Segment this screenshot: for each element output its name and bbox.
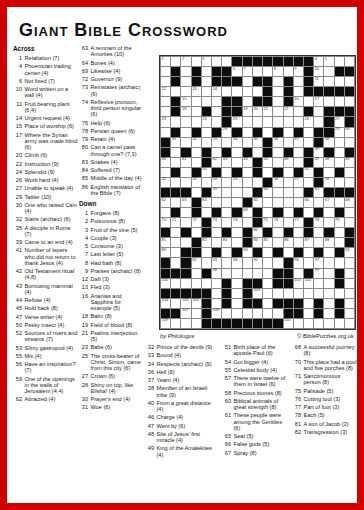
grid-cell[interactable] — [324, 67, 333, 76]
grid-cell[interactable]: 58 — [324, 178, 333, 187]
grid-cell[interactable]: 73 — [212, 218, 221, 227]
grid-cell[interactable] — [263, 289, 272, 298]
grid-cell[interactable] — [304, 97, 313, 106]
grid-cell[interactable] — [232, 188, 241, 197]
grid-cell[interactable] — [222, 208, 231, 217]
grid-cell[interactable]: 68 — [345, 198, 354, 207]
grid-cell[interactable] — [232, 299, 241, 308]
grid-cell[interactable] — [294, 148, 303, 157]
grid-cell[interactable] — [192, 107, 201, 116]
grid-cell[interactable] — [171, 158, 180, 167]
grid-cell[interactable]: 86 — [284, 238, 293, 247]
grid-cell[interactable]: 64 — [202, 198, 211, 207]
grid-cell[interactable] — [273, 117, 282, 126]
grid-cell[interactable] — [161, 77, 170, 86]
grid-cell[interactable] — [263, 269, 272, 278]
grid-cell[interactable]: 17 — [314, 97, 323, 106]
grid-cell[interactable] — [171, 87, 180, 96]
grid-cell[interactable] — [181, 138, 190, 147]
grid-cell[interactable]: 110 — [284, 319, 293, 328]
grid-cell[interactable]: 35 — [253, 138, 262, 147]
grid-cell[interactable]: 87 — [304, 238, 313, 247]
grid-cell[interactable] — [243, 128, 252, 137]
grid-cell[interactable] — [294, 198, 303, 207]
grid-cell[interactable]: 100 — [161, 279, 170, 288]
grid-cell[interactable]: 101 — [294, 279, 303, 288]
grid-cell[interactable] — [232, 228, 241, 237]
grid-cell[interactable] — [161, 208, 170, 217]
grid-cell[interactable] — [212, 228, 221, 237]
grid-cell[interactable]: 51 — [304, 168, 313, 177]
grid-cell[interactable]: 37 — [294, 138, 303, 147]
grid-cell[interactable] — [253, 148, 262, 157]
grid-cell[interactable]: 8 — [273, 67, 282, 76]
grid-cell[interactable] — [324, 299, 333, 308]
grid-cell[interactable] — [284, 168, 293, 177]
grid-cell[interactable]: 23 — [161, 117, 170, 126]
grid-cell[interactable]: 90 — [243, 248, 252, 257]
grid-cell[interactable]: 41 — [181, 158, 190, 167]
grid-cell[interactable] — [192, 117, 201, 126]
grid-cell[interactable] — [314, 228, 323, 237]
grid-cell[interactable] — [294, 319, 303, 328]
grid-cell[interactable] — [212, 117, 221, 126]
grid-cell[interactable] — [202, 248, 211, 257]
grid-cell[interactable] — [263, 67, 272, 76]
grid-cell[interactable] — [171, 117, 180, 126]
grid-cell[interactable] — [192, 148, 201, 157]
grid-cell[interactable] — [345, 168, 354, 177]
grid-cell[interactable] — [192, 228, 201, 237]
grid-cell[interactable] — [324, 279, 333, 288]
grid-cell[interactable] — [171, 198, 180, 207]
grid-cell[interactable] — [192, 188, 201, 197]
grid-cell[interactable] — [263, 168, 272, 177]
grid-cell[interactable] — [253, 67, 262, 76]
grid-cell[interactable] — [202, 67, 211, 76]
grid-cell[interactable]: 67 — [324, 198, 333, 207]
grid-cell[interactable] — [222, 178, 231, 187]
grid-cell[interactable] — [253, 269, 262, 278]
grid-cell[interactable] — [192, 158, 201, 167]
grid-cell[interactable] — [324, 258, 333, 267]
grid-cell[interactable] — [171, 299, 180, 308]
grid-cell[interactable]: 31 — [171, 138, 180, 147]
grid-cell[interactable] — [212, 279, 221, 288]
grid-cell[interactable] — [324, 77, 333, 86]
grid-cell[interactable] — [294, 289, 303, 298]
grid-cell[interactable]: 18 — [181, 107, 190, 116]
grid-cell[interactable] — [345, 289, 354, 298]
grid-cell[interactable] — [294, 188, 303, 197]
grid-cell[interactable] — [335, 198, 344, 207]
grid-cell[interactable] — [202, 128, 211, 137]
grid-cell[interactable] — [345, 208, 354, 217]
grid-cell[interactable] — [243, 178, 252, 187]
grid-cell[interactable]: 2 — [181, 57, 190, 66]
grid-cell[interactable] — [202, 178, 211, 187]
grid-cell[interactable] — [232, 87, 241, 96]
grid-cell[interactable] — [243, 87, 252, 96]
grid-cell[interactable] — [161, 97, 170, 106]
grid-cell[interactable] — [345, 319, 354, 328]
grid-cell[interactable] — [243, 269, 252, 278]
grid-cell[interactable] — [181, 238, 190, 247]
grid-cell[interactable]: 83 — [222, 238, 231, 247]
grid-cell[interactable] — [345, 97, 354, 106]
grid-cell[interactable] — [284, 67, 293, 76]
grid-cell[interactable]: 94 — [232, 258, 241, 267]
grid-cell[interactable] — [192, 279, 201, 288]
grid-cell[interactable]: 82 — [202, 238, 211, 247]
grid-cell[interactable] — [304, 299, 313, 308]
grid-cell[interactable] — [314, 319, 323, 328]
grid-cell[interactable] — [202, 77, 211, 86]
grid-cell[interactable] — [284, 208, 293, 217]
grid-cell[interactable] — [181, 128, 190, 137]
grid-cell[interactable] — [202, 138, 211, 147]
grid-cell[interactable] — [324, 97, 333, 106]
grid-cell[interactable] — [273, 258, 282, 267]
grid-cell[interactable] — [263, 279, 272, 288]
grid-cell[interactable] — [243, 117, 252, 126]
grid-cell[interactable]: 61 — [314, 188, 323, 197]
grid-cell[interactable] — [335, 289, 344, 298]
grid-cell[interactable] — [304, 138, 313, 147]
grid-cell[interactable] — [294, 228, 303, 237]
grid-cell[interactable]: 42 — [212, 158, 221, 167]
grid-cell[interactable]: 29 — [335, 128, 344, 137]
grid-cell[interactable] — [232, 279, 241, 288]
grid-cell[interactable] — [212, 289, 221, 298]
grid-cell[interactable] — [314, 198, 323, 207]
grid-cell[interactable]: 47 — [314, 158, 323, 167]
grid-cell[interactable] — [171, 228, 180, 237]
grid-cell[interactable]: 48 — [324, 158, 333, 167]
grid-cell[interactable] — [171, 57, 180, 66]
grid-cell[interactable]: 59 — [212, 188, 221, 197]
grid-cell[interactable] — [222, 198, 231, 207]
grid-cell[interactable]: 60 — [263, 188, 272, 197]
grid-cell[interactable]: 1 — [161, 57, 170, 66]
grid-cell[interactable] — [171, 258, 180, 267]
grid-cell[interactable] — [304, 289, 313, 298]
grid-cell[interactable] — [171, 279, 180, 288]
grid-cell[interactable] — [222, 218, 231, 227]
grid-cell[interactable] — [345, 258, 354, 267]
grid-cell[interactable]: 106 — [192, 299, 201, 308]
grid-cell[interactable]: 92 — [192, 258, 201, 267]
grid-cell[interactable] — [171, 248, 180, 257]
grid-cell[interactable]: 33 — [212, 138, 221, 147]
grid-cell[interactable]: 26 — [304, 117, 313, 126]
grid-cell[interactable] — [161, 128, 170, 137]
grid-cell[interactable]: 20 — [253, 107, 262, 116]
grid-cell[interactable] — [284, 178, 293, 187]
grid-cell[interactable] — [284, 188, 293, 197]
grid-cell[interactable] — [253, 117, 262, 126]
grid-cell[interactable] — [284, 117, 293, 126]
grid-cell[interactable]: 78 — [314, 218, 323, 227]
grid-cell[interactable] — [335, 77, 344, 86]
grid-cell[interactable] — [273, 228, 282, 237]
grid-cell[interactable] — [263, 248, 272, 257]
grid-cell[interactable]: 53 — [192, 178, 201, 187]
grid-cell[interactable] — [345, 138, 354, 147]
grid-cell[interactable] — [232, 158, 241, 167]
grid-cell[interactable] — [314, 238, 323, 247]
grid-cell[interactable]: 56 — [273, 178, 282, 187]
grid-cell[interactable] — [263, 208, 272, 217]
grid-cell[interactable] — [324, 208, 333, 217]
grid-cell[interactable]: 70 — [161, 218, 170, 227]
grid-cell[interactable]: 91 — [345, 248, 354, 257]
grid-cell[interactable]: 15 — [181, 97, 190, 106]
grid-cell[interactable] — [335, 258, 344, 267]
grid-cell[interactable] — [304, 258, 313, 267]
grid-cell[interactable] — [314, 279, 323, 288]
grid-cell[interactable]: 50 — [202, 168, 211, 177]
grid-cell[interactable] — [222, 258, 231, 267]
grid-cell[interactable] — [324, 269, 333, 278]
grid-cell[interactable] — [314, 117, 323, 126]
grid-cell[interactable]: 44 — [243, 158, 252, 167]
grid-cell[interactable] — [181, 218, 190, 227]
grid-cell[interactable] — [253, 178, 262, 187]
grid-cell[interactable] — [253, 87, 262, 96]
grid-cell[interactable] — [304, 208, 313, 217]
grid-cell[interactable] — [345, 57, 354, 66]
grid-cell[interactable] — [171, 238, 180, 247]
grid-cell[interactable] — [232, 309, 241, 318]
grid-cell[interactable]: 5 — [324, 57, 333, 66]
grid-cell[interactable]: 52 — [161, 178, 170, 187]
grid-cell[interactable]: 71 — [171, 218, 180, 227]
grid-cell[interactable] — [304, 319, 313, 328]
grid-cell[interactable] — [181, 168, 190, 177]
grid-cell[interactable] — [171, 178, 180, 187]
grid-cell[interactable] — [253, 309, 262, 318]
grid-cell[interactable]: 96 — [294, 258, 303, 267]
grid-cell[interactable] — [294, 238, 303, 247]
grid-cell[interactable]: 7 — [243, 67, 252, 76]
grid-cell[interactable] — [273, 97, 282, 106]
grid-cell[interactable] — [181, 279, 190, 288]
grid-cell[interactable] — [273, 87, 282, 96]
grid-cell[interactable]: 102 — [304, 279, 313, 288]
grid-cell[interactable] — [192, 269, 201, 278]
grid-cell[interactable] — [335, 228, 344, 237]
grid-cell[interactable] — [294, 117, 303, 126]
grid-cell[interactable] — [212, 198, 221, 207]
grid-cell[interactable] — [345, 279, 354, 288]
grid-cell[interactable]: 77 — [294, 218, 303, 227]
grid-cell[interactable]: 43 — [222, 158, 231, 167]
grid-cell[interactable] — [222, 188, 231, 197]
grid-cell[interactable] — [263, 309, 272, 318]
grid-cell[interactable] — [181, 178, 190, 187]
grid-cell[interactable] — [263, 128, 272, 137]
grid-cell[interactable] — [202, 97, 211, 106]
grid-cell[interactable] — [335, 148, 344, 157]
grid-cell[interactable] — [243, 258, 252, 267]
grid-cell[interactable] — [232, 289, 241, 298]
grid-cell[interactable]: 109 — [161, 319, 170, 328]
grid-cell[interactable] — [222, 248, 231, 257]
grid-cell[interactable] — [212, 97, 221, 106]
grid-cell[interactable]: 25 — [232, 117, 241, 126]
grid-cell[interactable]: 9 — [294, 67, 303, 76]
grid-cell[interactable] — [335, 57, 344, 66]
grid-cell[interactable]: 12 — [161, 87, 170, 96]
grid-cell[interactable]: 104 — [161, 299, 170, 308]
grid-cell[interactable] — [192, 57, 201, 66]
grid-cell[interactable]: 40 — [161, 158, 170, 167]
grid-cell[interactable] — [243, 168, 252, 177]
grid-cell[interactable] — [181, 87, 190, 96]
grid-cell[interactable] — [222, 87, 231, 96]
grid-cell[interactable] — [314, 107, 323, 116]
grid-cell[interactable]: 57 — [294, 178, 303, 187]
grid-cell[interactable]: 85 — [263, 238, 272, 247]
grid-cell[interactable] — [192, 97, 201, 106]
grid-cell[interactable] — [243, 309, 252, 318]
grid-cell[interactable]: 80 — [253, 228, 262, 237]
grid-cell[interactable]: 103 — [253, 289, 262, 298]
grid-cell[interactable] — [212, 238, 221, 247]
grid-cell[interactable]: 107 — [181, 309, 190, 318]
grid-cell[interactable] — [324, 248, 333, 257]
grid-cell[interactable]: 28 — [222, 128, 231, 137]
grid-cell[interactable]: 84 — [253, 238, 262, 247]
grid-cell[interactable]: 22 — [284, 107, 293, 116]
grid-cell[interactable] — [243, 138, 252, 147]
grid-cell[interactable]: 38 — [324, 138, 333, 147]
grid-cell[interactable]: 66 — [304, 198, 313, 207]
grid-cell[interactable] — [243, 218, 252, 227]
grid-cell[interactable]: 6 — [232, 67, 241, 76]
grid-cell[interactable] — [304, 248, 313, 257]
grid-cell[interactable]: 45 — [263, 158, 272, 167]
grid-cell[interactable]: 79 — [335, 218, 344, 227]
grid-cell[interactable] — [232, 238, 241, 247]
grid-cell[interactable]: 75 — [263, 218, 272, 227]
grid-cell[interactable] — [243, 77, 252, 86]
grid-cell[interactable] — [335, 319, 344, 328]
grid-cell[interactable] — [263, 258, 272, 267]
grid-cell[interactable] — [192, 309, 201, 318]
grid-cell[interactable] — [222, 168, 231, 177]
grid-cell[interactable] — [222, 269, 231, 278]
grid-cell[interactable]: 95 — [253, 258, 262, 267]
grid-cell[interactable] — [335, 158, 344, 167]
grid-cell[interactable] — [324, 309, 333, 318]
grid-cell[interactable] — [273, 238, 282, 247]
grid-cell[interactable] — [212, 107, 221, 116]
grid-cell[interactable] — [335, 138, 344, 147]
grid-cell[interactable]: 55 — [232, 178, 241, 187]
grid-cell[interactable] — [273, 158, 282, 167]
grid-cell[interactable]: 10 — [314, 67, 323, 76]
grid-cell[interactable] — [273, 148, 282, 157]
grid-cell[interactable]: 62 — [161, 198, 170, 207]
grid-cell[interactable]: 30 — [345, 128, 354, 137]
grid-cell[interactable] — [345, 309, 354, 318]
grid-cell[interactable]: 21 — [263, 107, 272, 116]
grid-cell[interactable]: 13 — [192, 87, 201, 96]
grid-cell[interactable] — [284, 248, 293, 257]
grid-cell[interactable] — [202, 208, 211, 217]
grid-cell[interactable] — [335, 97, 344, 106]
grid-cell[interactable] — [273, 309, 282, 318]
grid-cell[interactable] — [263, 198, 272, 207]
grid-cell[interactable] — [273, 188, 282, 197]
grid-cell[interactable]: 3 — [202, 57, 211, 66]
grid-cell[interactable]: 19 — [243, 107, 252, 116]
grid-cell[interactable] — [314, 289, 323, 298]
grid-cell[interactable] — [232, 148, 241, 157]
grid-cell[interactable] — [222, 138, 231, 147]
grid-cell[interactable]: 65 — [253, 198, 262, 207]
grid-cell[interactable] — [294, 77, 303, 86]
grid-cell[interactable] — [345, 178, 354, 187]
grid-cell[interactable]: 34 — [232, 138, 241, 147]
grid-cell[interactable] — [273, 198, 282, 207]
grid-cell[interactable] — [345, 269, 354, 278]
grid-cell[interactable] — [202, 279, 211, 288]
grid-cell[interactable] — [243, 188, 252, 197]
grid-cell[interactable] — [284, 289, 293, 298]
grid-cell[interactable]: 24 — [202, 117, 211, 126]
grid-cell[interactable]: 4 — [314, 57, 323, 66]
grid-cell[interactable] — [294, 107, 303, 116]
grid-cell[interactable]: 16 — [294, 97, 303, 106]
grid-cell[interactable]: 99 — [314, 269, 323, 278]
grid-cell[interactable] — [294, 87, 303, 96]
grid-cell[interactable] — [263, 117, 272, 126]
grid-cell[interactable]: 11 — [314, 77, 323, 86]
grid-cell[interactable] — [171, 148, 180, 157]
grid-cell[interactable] — [222, 57, 231, 66]
grid-cell[interactable] — [192, 319, 201, 328]
grid-cell[interactable]: 76 — [273, 218, 282, 227]
grid-cell[interactable] — [212, 57, 221, 66]
grid-cell[interactable] — [294, 158, 303, 167]
grid-cell[interactable] — [202, 258, 211, 267]
grid-cell[interactable] — [243, 97, 252, 106]
grid-cell[interactable]: 32 — [192, 138, 201, 147]
grid-cell[interactable] — [345, 218, 354, 227]
grid-cell[interactable] — [273, 107, 282, 116]
grid-cell[interactable]: 74 — [232, 218, 241, 227]
grid-cell[interactable] — [324, 218, 333, 227]
grid-cell[interactable] — [161, 67, 170, 76]
grid-cell[interactable]: 69 — [243, 208, 252, 217]
grid-cell[interactable] — [181, 67, 190, 76]
grid-cell[interactable] — [273, 77, 282, 86]
grid-cell[interactable]: 88 — [324, 238, 333, 247]
grid-cell[interactable] — [171, 319, 180, 328]
grid-cell[interactable]: 36 — [273, 138, 282, 147]
grid-cell[interactable]: 14 — [212, 87, 221, 96]
grid-cell[interactable] — [324, 289, 333, 298]
grid-cell[interactable] — [304, 178, 313, 187]
grid-cell[interactable]: 63 — [181, 198, 190, 207]
grid-cell[interactable]: 98 — [212, 269, 221, 278]
grid-cell[interactable] — [335, 238, 344, 247]
grid-cell[interactable] — [181, 117, 190, 126]
grid-cell[interactable]: 49 — [345, 158, 354, 167]
